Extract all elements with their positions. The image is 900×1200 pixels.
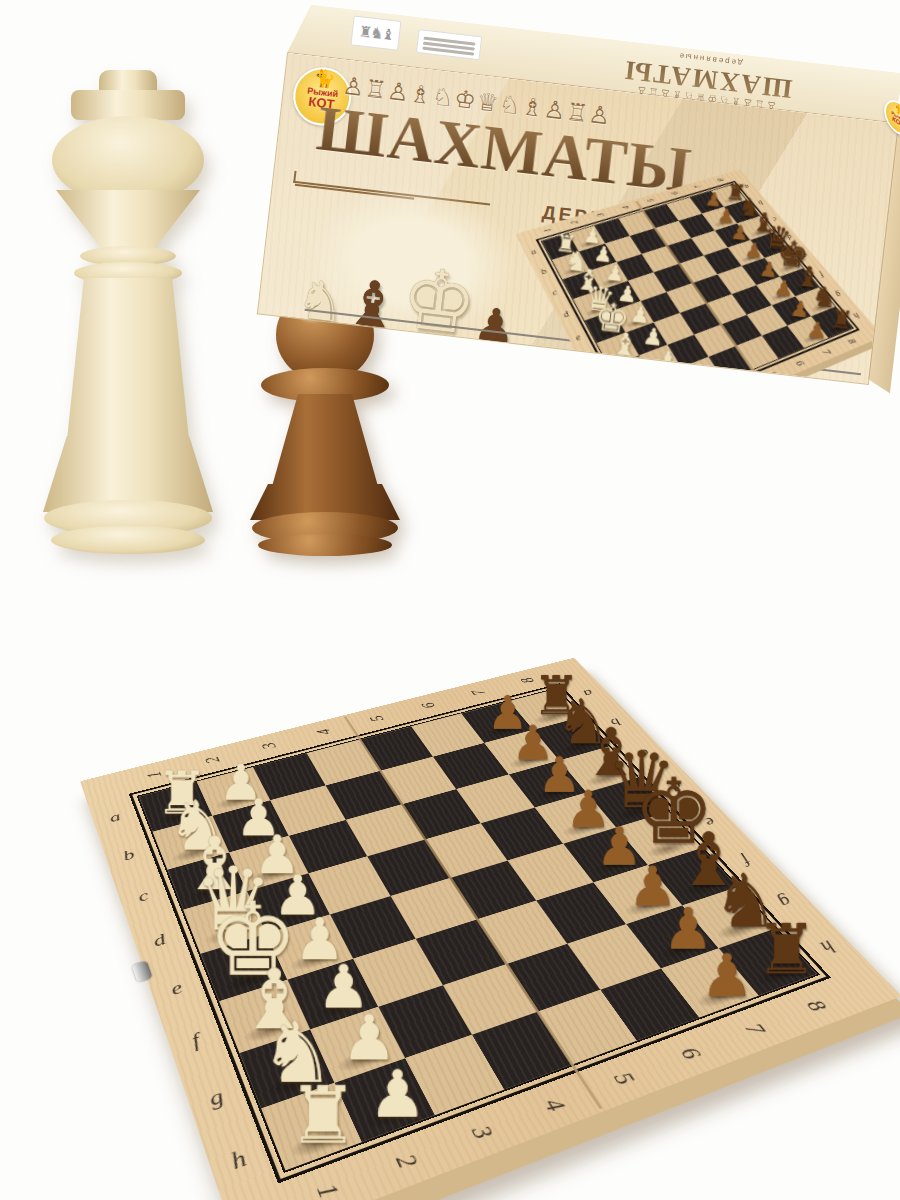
white-pawn: ♟ [670, 373, 694, 385]
square-h1: ♜ [623, 379, 667, 385]
square-f1: ♝ [597, 332, 639, 366]
coordinate-label: 4 [729, 371, 762, 386]
product-box: ♜♞♝ ♙♖♙♗♘♔♕♘♗♙♖♙ ШАХМАТЫ деревянные 🐈 Ры… [250, 2, 900, 442]
product-photo: { "game": "chess", "product": { "brand_l… [0, 0, 900, 1200]
white-knight: ♞ [623, 354, 654, 386]
black-pawn: ♟ [701, 948, 754, 1004]
black-rook: ♜ [755, 917, 817, 983]
square-h2: ♟ [652, 368, 696, 385]
pawn-base-disc [258, 534, 392, 556]
pawn-body [250, 394, 400, 490]
chess-board: abcdefgh1234567812345678abcdefgh♜♟♟♜♞♟♟♞… [80, 658, 900, 1200]
white-pawn: ♟ [368, 1064, 427, 1126]
white-rook: ♜ [287, 1078, 358, 1153]
square-g2: ♟ [639, 345, 682, 380]
square-g1: ♞ [609, 355, 652, 385]
white-pawn: ♟ [656, 349, 679, 374]
light-piece-icon: ♞ [294, 275, 348, 329]
king-base-disc [51, 526, 205, 554]
chess-board-scene: abcdefgh1234567812345678abcdefgh♜♟♟♜♞♟♟♞… [18, 555, 882, 1200]
piece-shadow [651, 361, 677, 377]
black-rook: ♜ [829, 307, 854, 333]
king-neck [53, 190, 203, 252]
light-piece-icon: ♚ [397, 260, 481, 344]
square-e6 [717, 266, 756, 294]
coordinate-label: g [588, 370, 619, 385]
king-shaft [43, 278, 213, 442]
piece-shadow [621, 372, 648, 385]
dark-piece-icon: ♝ [342, 274, 404, 336]
board-inner-border: ♜♟♟♜♞♟♟♞♝♟♟♝♛♟♟♛♚♟♟♚♝♟♟♝♞♟♟♞♜♟♟♜ [536, 181, 860, 385]
black-pawn: ♟ [806, 320, 828, 343]
box-chessboard-image: abcdefgh1234567812345678abcdefgh♜♟♟♜♞♟♟♞… [516, 169, 883, 385]
pieces-thumbnail-sticker: ♜♞♝ [350, 15, 401, 50]
white-king-closeup [42, 70, 214, 562]
coordinate-label: 3 [700, 382, 733, 385]
product-label-sticker [416, 29, 482, 60]
white-rook: ♜ [639, 382, 667, 385]
dark-piece-icon: ♟ [472, 303, 518, 349]
